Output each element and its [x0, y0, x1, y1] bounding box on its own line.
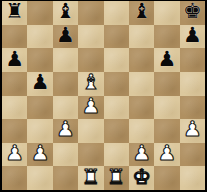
square-c8[interactable]: ♝ [53, 1, 78, 25]
square-f2[interactable]: ♟ [129, 143, 154, 167]
white-rook[interactable]: ♜ [107, 167, 126, 188]
square-a4[interactable] [2, 96, 27, 120]
square-c5[interactable] [53, 72, 78, 96]
square-d5[interactable]: ♝ [78, 72, 103, 96]
black-pawn[interactable]: ♟ [56, 25, 75, 46]
white-pawn[interactable]: ♟ [5, 143, 24, 164]
square-b8[interactable] [27, 1, 52, 25]
square-c4[interactable] [53, 96, 78, 120]
square-f3[interactable] [129, 119, 154, 143]
square-e8[interactable] [104, 1, 129, 25]
square-f5[interactable] [129, 72, 154, 96]
square-e2[interactable] [104, 143, 129, 167]
square-e5[interactable] [104, 72, 129, 96]
white-king[interactable]: ♚ [132, 167, 151, 188]
white-pawn[interactable]: ♟ [183, 119, 202, 140]
square-d8[interactable] [78, 1, 103, 25]
square-d7[interactable] [78, 25, 103, 49]
square-f4[interactable] [129, 96, 154, 120]
black-king[interactable]: ♚ [183, 1, 202, 22]
square-h5[interactable] [180, 72, 205, 96]
square-g5[interactable] [154, 72, 179, 96]
square-b3[interactable] [27, 119, 52, 143]
black-pawn[interactable]: ♟ [158, 49, 177, 70]
square-f1[interactable]: ♚ [129, 166, 154, 190]
square-d2[interactable] [78, 143, 103, 167]
square-g1[interactable] [154, 166, 179, 190]
square-c7[interactable]: ♟ [53, 25, 78, 49]
square-f7[interactable] [129, 25, 154, 49]
black-bishop[interactable]: ♝ [132, 1, 151, 22]
square-h2[interactable] [180, 143, 205, 167]
square-a6[interactable]: ♟ [2, 48, 27, 72]
square-e3[interactable] [104, 119, 129, 143]
square-h4[interactable] [180, 96, 205, 120]
square-b1[interactable] [27, 166, 52, 190]
chess-board: ♜♝♝♚♟♟♟♟♟♝♟♟♟♟♟♟♟♜♜♚ [0, 0, 207, 192]
square-c3[interactable]: ♟ [53, 119, 78, 143]
white-pawn[interactable]: ♟ [56, 119, 75, 140]
square-d6[interactable] [78, 48, 103, 72]
square-a5[interactable] [2, 72, 27, 96]
black-pawn[interactable]: ♟ [5, 49, 24, 70]
square-a8[interactable]: ♜ [2, 1, 27, 25]
square-b6[interactable] [27, 48, 52, 72]
square-c6[interactable] [53, 48, 78, 72]
square-b4[interactable] [27, 96, 52, 120]
black-pawn[interactable]: ♟ [31, 72, 50, 93]
square-g7[interactable] [154, 25, 179, 49]
square-h6[interactable] [180, 48, 205, 72]
white-pawn[interactable]: ♟ [81, 96, 100, 117]
square-a1[interactable] [2, 166, 27, 190]
square-g6[interactable]: ♟ [154, 48, 179, 72]
square-h7[interactable]: ♟ [180, 25, 205, 49]
square-c1[interactable] [53, 166, 78, 190]
square-h3[interactable]: ♟ [180, 119, 205, 143]
square-d4[interactable]: ♟ [78, 96, 103, 120]
square-h1[interactable] [180, 166, 205, 190]
white-pawn[interactable]: ♟ [158, 143, 177, 164]
square-a2[interactable]: ♟ [2, 143, 27, 167]
square-b5[interactable]: ♟ [27, 72, 52, 96]
square-g2[interactable]: ♟ [154, 143, 179, 167]
square-a3[interactable] [2, 119, 27, 143]
white-pawn[interactable]: ♟ [31, 143, 50, 164]
square-g4[interactable] [154, 96, 179, 120]
white-bishop[interactable]: ♝ [81, 72, 100, 93]
square-d3[interactable] [78, 119, 103, 143]
black-rook[interactable]: ♜ [5, 1, 24, 22]
black-pawn[interactable]: ♟ [183, 25, 202, 46]
square-d1[interactable]: ♜ [78, 166, 103, 190]
white-pawn[interactable]: ♟ [132, 143, 151, 164]
square-g3[interactable] [154, 119, 179, 143]
square-f6[interactable] [129, 48, 154, 72]
square-e1[interactable]: ♜ [104, 166, 129, 190]
square-e7[interactable] [104, 25, 129, 49]
square-b7[interactable] [27, 25, 52, 49]
square-h8[interactable]: ♚ [180, 1, 205, 25]
square-e6[interactable] [104, 48, 129, 72]
square-c2[interactable] [53, 143, 78, 167]
square-a7[interactable] [2, 25, 27, 49]
black-bishop[interactable]: ♝ [56, 1, 75, 22]
square-b2[interactable]: ♟ [27, 143, 52, 167]
square-f8[interactable]: ♝ [129, 1, 154, 25]
square-e4[interactable] [104, 96, 129, 120]
white-rook[interactable]: ♜ [81, 167, 100, 188]
square-g8[interactable] [154, 1, 179, 25]
